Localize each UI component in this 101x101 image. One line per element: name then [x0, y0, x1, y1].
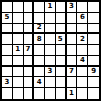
cell-r3c9[interactable] — [88, 24, 99, 35]
cell-r1c3[interactable] — [24, 2, 35, 13]
cell-r4c1[interactable] — [2, 34, 13, 45]
cell-r6c9[interactable] — [88, 56, 99, 67]
cell-r1c4[interactable] — [34, 2, 45, 13]
cell-r3c3[interactable] — [24, 24, 35, 35]
cell-r5c7[interactable] — [67, 45, 78, 56]
cell-r2c4[interactable] — [34, 13, 45, 24]
cell-r6c5[interactable] — [45, 56, 56, 67]
cell-r6c6[interactable] — [56, 56, 67, 67]
given-digit-r7c5[interactable]: 3 — [45, 67, 56, 78]
cell-r7c1[interactable] — [2, 67, 13, 78]
given-digit-r3c4[interactable]: 2 — [34, 24, 45, 35]
cell-r8c7[interactable] — [67, 77, 78, 88]
given-digit-r1c5[interactable]: 1 — [45, 2, 56, 13]
given-digit-r4c8[interactable]: 2 — [77, 34, 88, 45]
given-digit-r1c7[interactable]: 3 — [67, 2, 78, 13]
given-digit-r5c3[interactable]: 7 — [24, 45, 35, 56]
cell-r2c6[interactable] — [56, 13, 67, 24]
cell-r8c6[interactable] — [56, 77, 67, 88]
cell-r6c1[interactable] — [2, 56, 13, 67]
given-digit-r8c1[interactable]: 3 — [2, 77, 13, 88]
cell-r8c3[interactable] — [24, 77, 35, 88]
cell-r2c5[interactable] — [45, 13, 56, 24]
cell-r3c7[interactable] — [67, 24, 78, 35]
cell-r9c3[interactable] — [24, 88, 35, 99]
sudoku-board-wrap: 13562852174379341 — [0, 0, 101, 101]
given-digit-r2c1[interactable]: 5 — [2, 13, 13, 24]
cell-r3c5[interactable] — [45, 24, 56, 35]
cell-r8c2[interactable] — [13, 77, 24, 88]
cell-r9c6[interactable] — [56, 88, 67, 99]
cell-r3c8[interactable] — [77, 24, 88, 35]
cell-r6c7[interactable] — [67, 56, 78, 67]
cell-r2c7[interactable] — [67, 13, 78, 24]
cell-r9c1[interactable] — [2, 88, 13, 99]
cell-r1c1[interactable] — [2, 2, 13, 13]
cell-r2c3[interactable] — [24, 13, 35, 24]
cell-r7c2[interactable] — [13, 67, 24, 78]
cell-r9c8[interactable] — [77, 88, 88, 99]
cell-r3c2[interactable] — [13, 24, 24, 35]
cell-r7c6[interactable] — [56, 67, 67, 78]
cell-r7c4[interactable] — [34, 67, 45, 78]
cell-r5c6[interactable] — [56, 45, 67, 56]
cell-r5c5[interactable] — [45, 45, 56, 56]
cell-r5c8[interactable] — [77, 45, 88, 56]
cell-r8c8[interactable] — [77, 77, 88, 88]
cell-r3c6[interactable] — [56, 24, 67, 35]
sudoku-board: 13562852174379341 — [0, 0, 101, 101]
cell-r9c4[interactable] — [34, 88, 45, 99]
given-digit-r9c7[interactable]: 1 — [67, 88, 78, 99]
cell-r6c3[interactable] — [24, 56, 35, 67]
cell-r4c2[interactable] — [13, 34, 24, 45]
cell-r8c5[interactable] — [45, 77, 56, 88]
cell-r9c2[interactable] — [13, 88, 24, 99]
cell-r4c7[interactable] — [67, 34, 78, 45]
cell-r8c9[interactable] — [88, 77, 99, 88]
given-digit-r8c4[interactable]: 4 — [34, 77, 45, 88]
cell-r5c9[interactable] — [88, 45, 99, 56]
given-digit-r4c4[interactable]: 8 — [34, 34, 45, 45]
cell-r4c3[interactable] — [24, 34, 35, 45]
cell-r4c5[interactable] — [45, 34, 56, 45]
cell-r1c9[interactable] — [88, 2, 99, 13]
given-digit-r5c2[interactable]: 1 — [13, 45, 24, 56]
given-digit-r6c8[interactable]: 4 — [77, 56, 88, 67]
cell-r5c1[interactable] — [2, 45, 13, 56]
given-digit-r2c8[interactable]: 6 — [77, 13, 88, 24]
cell-r7c3[interactable] — [24, 67, 35, 78]
cell-r5c4[interactable] — [34, 45, 45, 56]
cell-r9c9[interactable] — [88, 88, 99, 99]
cell-r9c5[interactable] — [45, 88, 56, 99]
cell-r3c1[interactable] — [2, 24, 13, 35]
cell-r2c2[interactable] — [13, 13, 24, 24]
cell-r1c8[interactable] — [77, 2, 88, 13]
cell-r1c6[interactable] — [56, 2, 67, 13]
cell-r6c2[interactable] — [13, 56, 24, 67]
cell-r4c9[interactable] — [88, 34, 99, 45]
cell-r2c9[interactable] — [88, 13, 99, 24]
given-digit-r7c9[interactable]: 9 — [88, 67, 99, 78]
cell-r1c2[interactable] — [13, 2, 24, 13]
cell-r7c8[interactable] — [77, 67, 88, 78]
given-digit-r7c7[interactable]: 7 — [67, 67, 78, 78]
given-digit-r4c6[interactable]: 5 — [56, 34, 67, 45]
cell-r6c4[interactable] — [34, 56, 45, 67]
